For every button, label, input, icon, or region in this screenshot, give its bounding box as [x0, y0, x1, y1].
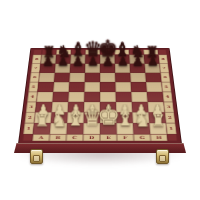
- square-g2: [132, 112, 149, 123]
- rank-label-right-8: 8: [158, 55, 168, 64]
- square-a4: [37, 92, 54, 102]
- board-squares: [33, 55, 167, 134]
- square-b2: [51, 112, 68, 123]
- square-g7: [130, 64, 146, 73]
- square-e6: [100, 73, 115, 82]
- file-label-h: H: [150, 134, 167, 141]
- chess-board: 87654321 87654321 ABCDEFGH ♜♞♝♛♚♝♞♜♟♟♟♟♟…: [18, 48, 182, 144]
- square-c8: [70, 55, 85, 64]
- square-g6: [130, 73, 146, 82]
- square-b5: [53, 82, 69, 92]
- square-d1: [83, 123, 100, 134]
- file-label-g: G: [133, 134, 150, 141]
- square-g8: [129, 55, 144, 64]
- square-d2: [84, 112, 100, 123]
- square-e5: [100, 82, 116, 92]
- file-label-f: F: [117, 134, 134, 141]
- rank-label-right-6: 6: [160, 73, 170, 82]
- square-g1: [133, 123, 150, 134]
- chess-set-photo: 87654321 87654321 ABCDEFGH ♜♞♝♛♚♝♞♜♟♟♟♟♟…: [0, 0, 200, 200]
- square-g3: [132, 102, 149, 112]
- square-b3: [52, 102, 69, 112]
- square-a2: [34, 112, 51, 123]
- square-c7: [70, 64, 85, 73]
- square-a6: [39, 73, 55, 82]
- square-b4: [52, 92, 68, 102]
- square-c2: [67, 112, 84, 123]
- square-h8: [144, 55, 160, 64]
- brass-clasp-left: [30, 149, 43, 164]
- square-h4: [147, 92, 164, 102]
- square-e3: [100, 102, 116, 112]
- square-h7: [145, 64, 161, 73]
- rank-label-right-4: 4: [162, 92, 172, 102]
- square-f2: [116, 112, 133, 123]
- square-f3: [116, 102, 132, 112]
- square-c4: [68, 92, 84, 102]
- square-f8: [115, 55, 130, 64]
- square-a7: [40, 64, 56, 73]
- square-b1: [50, 123, 67, 134]
- square-d4: [84, 92, 100, 102]
- rank-label-right-5: 5: [161, 82, 171, 92]
- square-h6: [145, 73, 161, 82]
- file-label-b: B: [49, 134, 66, 141]
- square-d3: [84, 102, 100, 112]
- square-f7: [115, 64, 130, 73]
- square-g4: [131, 92, 147, 102]
- square-b6: [54, 73, 70, 82]
- square-c3: [68, 102, 84, 112]
- square-b7: [55, 64, 71, 73]
- square-c5: [69, 82, 85, 92]
- file-label-d: D: [83, 134, 100, 141]
- square-h5: [146, 82, 162, 92]
- frame-corner-bottom-right: [167, 134, 178, 141]
- square-d5: [84, 82, 100, 92]
- square-e8: [100, 55, 115, 64]
- square-h1: [149, 123, 167, 134]
- file-label-a: A: [32, 134, 49, 141]
- square-f1: [116, 123, 133, 134]
- square-e7: [100, 64, 115, 73]
- square-h3: [148, 102, 165, 112]
- brass-clasp-right: [156, 149, 169, 164]
- rank-label-right-7: 7: [159, 64, 169, 73]
- square-a1: [33, 123, 51, 134]
- square-f5: [115, 82, 131, 92]
- square-g5: [131, 82, 147, 92]
- square-a8: [41, 55, 57, 64]
- rank-label-right-2: 2: [165, 112, 176, 123]
- square-a5: [38, 82, 54, 92]
- file-label-c: C: [66, 134, 83, 141]
- square-d8: [85, 55, 100, 64]
- coordinate-ring-files: ABCDEFGH: [32, 134, 167, 141]
- square-f6: [115, 73, 131, 82]
- file-label-e: E: [100, 134, 117, 141]
- square-b8: [55, 55, 70, 64]
- square-e1: [100, 123, 117, 134]
- square-c1: [67, 123, 84, 134]
- square-e2: [100, 112, 116, 123]
- square-d7: [85, 64, 100, 73]
- square-h2: [148, 112, 165, 123]
- square-a3: [35, 102, 52, 112]
- square-d6: [85, 73, 100, 82]
- square-f4: [116, 92, 132, 102]
- rank-label-right-1: 1: [166, 123, 177, 134]
- rank-label-right-3: 3: [163, 102, 174, 112]
- square-e4: [100, 92, 116, 102]
- square-c6: [69, 73, 85, 82]
